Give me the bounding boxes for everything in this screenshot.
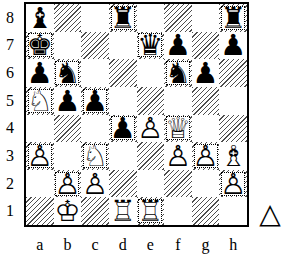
square-h6 (219, 59, 247, 87)
piece-bQ-e7: ♛ (138, 33, 162, 57)
square-a4 (26, 115, 54, 143)
piece-bB-a8: ♝ (27, 6, 53, 30)
square-f2 (164, 170, 192, 198)
piece-wP-f3: ♙ (165, 144, 191, 168)
piece-wR-e1: ♖ (138, 199, 162, 223)
piece-wP-g3: ♙ (194, 144, 218, 168)
rank-label-7: 7 (0, 32, 20, 60)
square-d1: ♖ (109, 197, 137, 225)
square-a6: ♟ (26, 59, 54, 87)
square-f3: ♙ (164, 142, 192, 170)
rank-label-6: 6 (0, 59, 20, 87)
square-b8 (54, 4, 82, 32)
piece-bP-c5: ♟ (83, 89, 107, 113)
piece-bP-g6: ♟ (193, 61, 219, 85)
square-f4: ♕ (164, 115, 192, 143)
piece-bN-b6: ♞ (55, 61, 79, 85)
square-e4: ♙ (137, 115, 165, 143)
square-e7: ♛ (137, 32, 165, 60)
square-c5: ♟ (81, 87, 109, 115)
file-labels: abcdefgh (26, 234, 247, 256)
file-label-a: a (26, 234, 54, 256)
rank-label-5: 5 (0, 87, 20, 115)
piece-bN-f6: ♞ (166, 61, 190, 85)
piece-wK-b1: ♔ (54, 199, 80, 223)
file-label-c: c (81, 234, 109, 256)
square-g1 (192, 197, 220, 225)
file-label-d: d (109, 234, 137, 256)
file-label-g: g (192, 234, 220, 256)
square-e6 (137, 59, 165, 87)
rank-label-3: 3 (0, 142, 20, 170)
square-a1 (26, 197, 54, 225)
square-c4 (81, 115, 109, 143)
board: ♝♜♜♚♛♟♟♟♞♞♟♘♟♟♟♙♕♙♘♙♙♗♙♙♙♔♖♖ (24, 2, 249, 227)
piece-wR-d1: ♖ (110, 199, 136, 223)
square-h4 (219, 115, 247, 143)
square-c6 (81, 59, 109, 87)
piece-bR-d8: ♜ (111, 6, 135, 30)
square-a2 (26, 170, 54, 198)
square-e3 (137, 142, 165, 170)
square-b1: ♔ (54, 197, 82, 225)
file-label-b: b (54, 234, 82, 256)
square-b6: ♞ (54, 59, 82, 87)
piece-wQ-f4: ♕ (166, 116, 190, 140)
rank-label-8: 8 (0, 4, 20, 32)
file-label-e: e (137, 234, 165, 256)
square-e1: ♖ (137, 197, 165, 225)
square-b4 (54, 115, 82, 143)
piece-bP-b5: ♟ (54, 89, 80, 113)
piece-bP-d4: ♟ (111, 116, 135, 140)
rank-label-1: 1 (0, 197, 20, 225)
square-c1 (81, 197, 109, 225)
square-g8 (192, 4, 220, 32)
file-label-h: h (219, 234, 247, 256)
square-g2 (192, 170, 220, 198)
square-a3: ♙ (26, 142, 54, 170)
piece-bR-h8: ♜ (221, 6, 245, 30)
rank-label-4: 4 (0, 115, 20, 143)
square-c2: ♙ (81, 170, 109, 198)
piece-wP-b2: ♙ (55, 172, 79, 196)
square-d8: ♜ (109, 4, 137, 32)
piece-wP-a3: ♙ (28, 144, 52, 168)
piece-wN-c3: ♘ (83, 144, 107, 168)
square-h5 (219, 87, 247, 115)
square-b5: ♟ (54, 87, 82, 115)
square-d4: ♟ (109, 115, 137, 143)
piece-wB-h3: ♗ (220, 144, 246, 168)
square-a5: ♘ (26, 87, 54, 115)
square-d7 (109, 32, 137, 60)
square-c3: ♘ (81, 142, 109, 170)
square-g5 (192, 87, 220, 115)
square-h2: ♙ (219, 170, 247, 198)
white-to-move-indicator: △ (254, 199, 286, 229)
square-b3 (54, 142, 82, 170)
square-f1 (164, 197, 192, 225)
rank-labels: 87654321 (0, 4, 20, 225)
rank-label-2: 2 (0, 170, 20, 198)
piece-wP-c2: ♙ (82, 172, 108, 196)
piece-bK-a7: ♚ (28, 33, 52, 57)
piece-wN-a5: ♘ (28, 89, 52, 113)
piece-wP-h2: ♙ (221, 172, 245, 196)
square-c8 (81, 4, 109, 32)
piece-wP-e4: ♙ (137, 116, 163, 140)
file-label-f: f (164, 234, 192, 256)
piece-bP-f7: ♟ (165, 33, 191, 57)
square-f6: ♞ (164, 59, 192, 87)
square-c7 (81, 32, 109, 60)
square-d3 (109, 142, 137, 170)
square-h1 (219, 197, 247, 225)
square-d6 (109, 59, 137, 87)
square-g4 (192, 115, 220, 143)
square-h7: ♟ (219, 32, 247, 60)
square-h3: ♗ (219, 142, 247, 170)
piece-bP-h7: ♟ (220, 33, 246, 57)
chess-diagram: 87654321 ♝♜♜♚♛♟♟♟♞♞♟♘♟♟♟♙♕♙♘♙♙♗♙♙♙♔♖♖ ab… (0, 0, 286, 258)
square-g6: ♟ (192, 59, 220, 87)
square-g3: ♙ (192, 142, 220, 170)
piece-bP-a6: ♟ (27, 61, 53, 85)
